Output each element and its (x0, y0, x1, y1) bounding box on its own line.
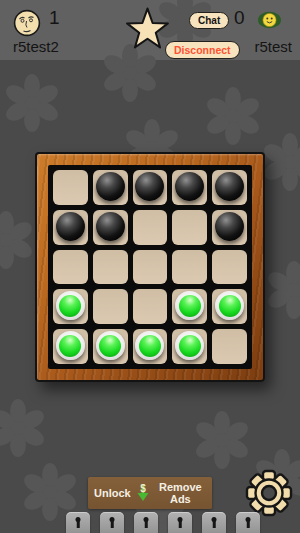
keyhole-icon (245, 517, 251, 529)
board-cell[interactable] (93, 289, 128, 324)
app-screen: 1 r5test2 Chat Disconnect 0 r5test Unloc… (0, 0, 300, 533)
keyhole-icon (177, 517, 183, 529)
flower-decoration (264, 260, 300, 324)
board-cell[interactable] (212, 170, 247, 205)
locked-slot[interactable] (134, 512, 158, 533)
locked-slot[interactable] (236, 512, 260, 533)
flower-decoration (192, 410, 252, 474)
money-down-arrow-icon: $ (136, 482, 150, 504)
flower-decoration (0, 210, 36, 274)
left-player-name: r5test2 (13, 38, 59, 55)
board-cell[interactable] (212, 329, 247, 364)
disconnect-button[interactable]: Disconnect (165, 41, 240, 59)
board-cell[interactable] (93, 210, 128, 245)
green-piece-core (59, 295, 81, 317)
black-piece[interactable] (215, 212, 244, 241)
right-player-name: r5test (254, 38, 292, 55)
green-piece-core (179, 335, 201, 357)
board-cell[interactable] (53, 329, 88, 364)
board-cell[interactable] (172, 170, 207, 205)
keyhole-icon (109, 517, 115, 529)
game-board (48, 165, 252, 369)
board-cell[interactable] (133, 329, 168, 364)
right-player-score: 0 (234, 7, 245, 29)
board-cell[interactable] (212, 289, 247, 324)
board-cell[interactable] (53, 289, 88, 324)
smiley-emoji-icon[interactable] (257, 11, 282, 29)
black-piece[interactable] (135, 172, 164, 201)
green-piece[interactable] (56, 331, 85, 360)
green-piece-core (219, 295, 241, 317)
keyhole-icon (211, 517, 217, 529)
board-cell[interactable] (212, 210, 247, 245)
unlock-remove-ads-button[interactable]: Unlock $ Remove Ads (88, 477, 212, 509)
flower-decoration (2, 73, 62, 137)
locked-slot[interactable] (100, 512, 124, 533)
black-piece[interactable] (96, 172, 125, 201)
green-piece[interactable] (215, 291, 244, 320)
settings-gear-icon[interactable] (245, 469, 293, 517)
board-cell[interactable] (93, 250, 128, 285)
board-cell[interactable] (53, 170, 88, 205)
green-piece-core (59, 335, 81, 357)
svg-text:$: $ (140, 483, 146, 494)
green-piece[interactable] (175, 291, 204, 320)
black-piece[interactable] (175, 172, 204, 201)
green-piece-core (139, 335, 161, 357)
remove-ads-label: Remove Ads (155, 481, 206, 505)
game-board-frame (35, 152, 265, 382)
board-cell[interactable] (133, 210, 168, 245)
board-cell[interactable] (172, 329, 207, 364)
green-piece-core (179, 295, 201, 317)
board-cell[interactable] (53, 210, 88, 245)
locked-slot[interactable] (66, 512, 90, 533)
locked-emoji-slots-row (66, 512, 260, 533)
board-cell[interactable] (172, 210, 207, 245)
board-cell[interactable] (133, 170, 168, 205)
board-cell[interactable] (212, 250, 247, 285)
star-icon (125, 5, 170, 51)
flower-decoration (260, 132, 300, 196)
green-piece[interactable] (56, 291, 85, 320)
board-cell[interactable] (133, 250, 168, 285)
keyhole-icon (75, 517, 81, 529)
black-piece[interactable] (56, 212, 85, 241)
board-cell[interactable] (172, 250, 207, 285)
keyhole-icon (143, 517, 149, 529)
board-cell[interactable] (93, 329, 128, 364)
locked-slot[interactable] (202, 512, 226, 533)
green-piece[interactable] (135, 331, 164, 360)
green-piece-core (99, 335, 121, 357)
green-piece[interactable] (96, 331, 125, 360)
unlock-label: Unlock (94, 487, 131, 499)
flower-decoration (0, 398, 48, 462)
left-player-avatar-icon (13, 9, 41, 37)
black-piece[interactable] (215, 172, 244, 201)
board-cell[interactable] (133, 289, 168, 324)
board-cell[interactable] (93, 170, 128, 205)
green-piece[interactable] (175, 331, 204, 360)
locked-slot[interactable] (168, 512, 192, 533)
board-cell[interactable] (53, 250, 88, 285)
chat-button[interactable]: Chat (189, 12, 229, 29)
black-piece[interactable] (96, 212, 125, 241)
board-cell[interactable] (172, 289, 207, 324)
left-player-score: 1 (49, 7, 60, 29)
flower-decoration (203, 86, 263, 150)
